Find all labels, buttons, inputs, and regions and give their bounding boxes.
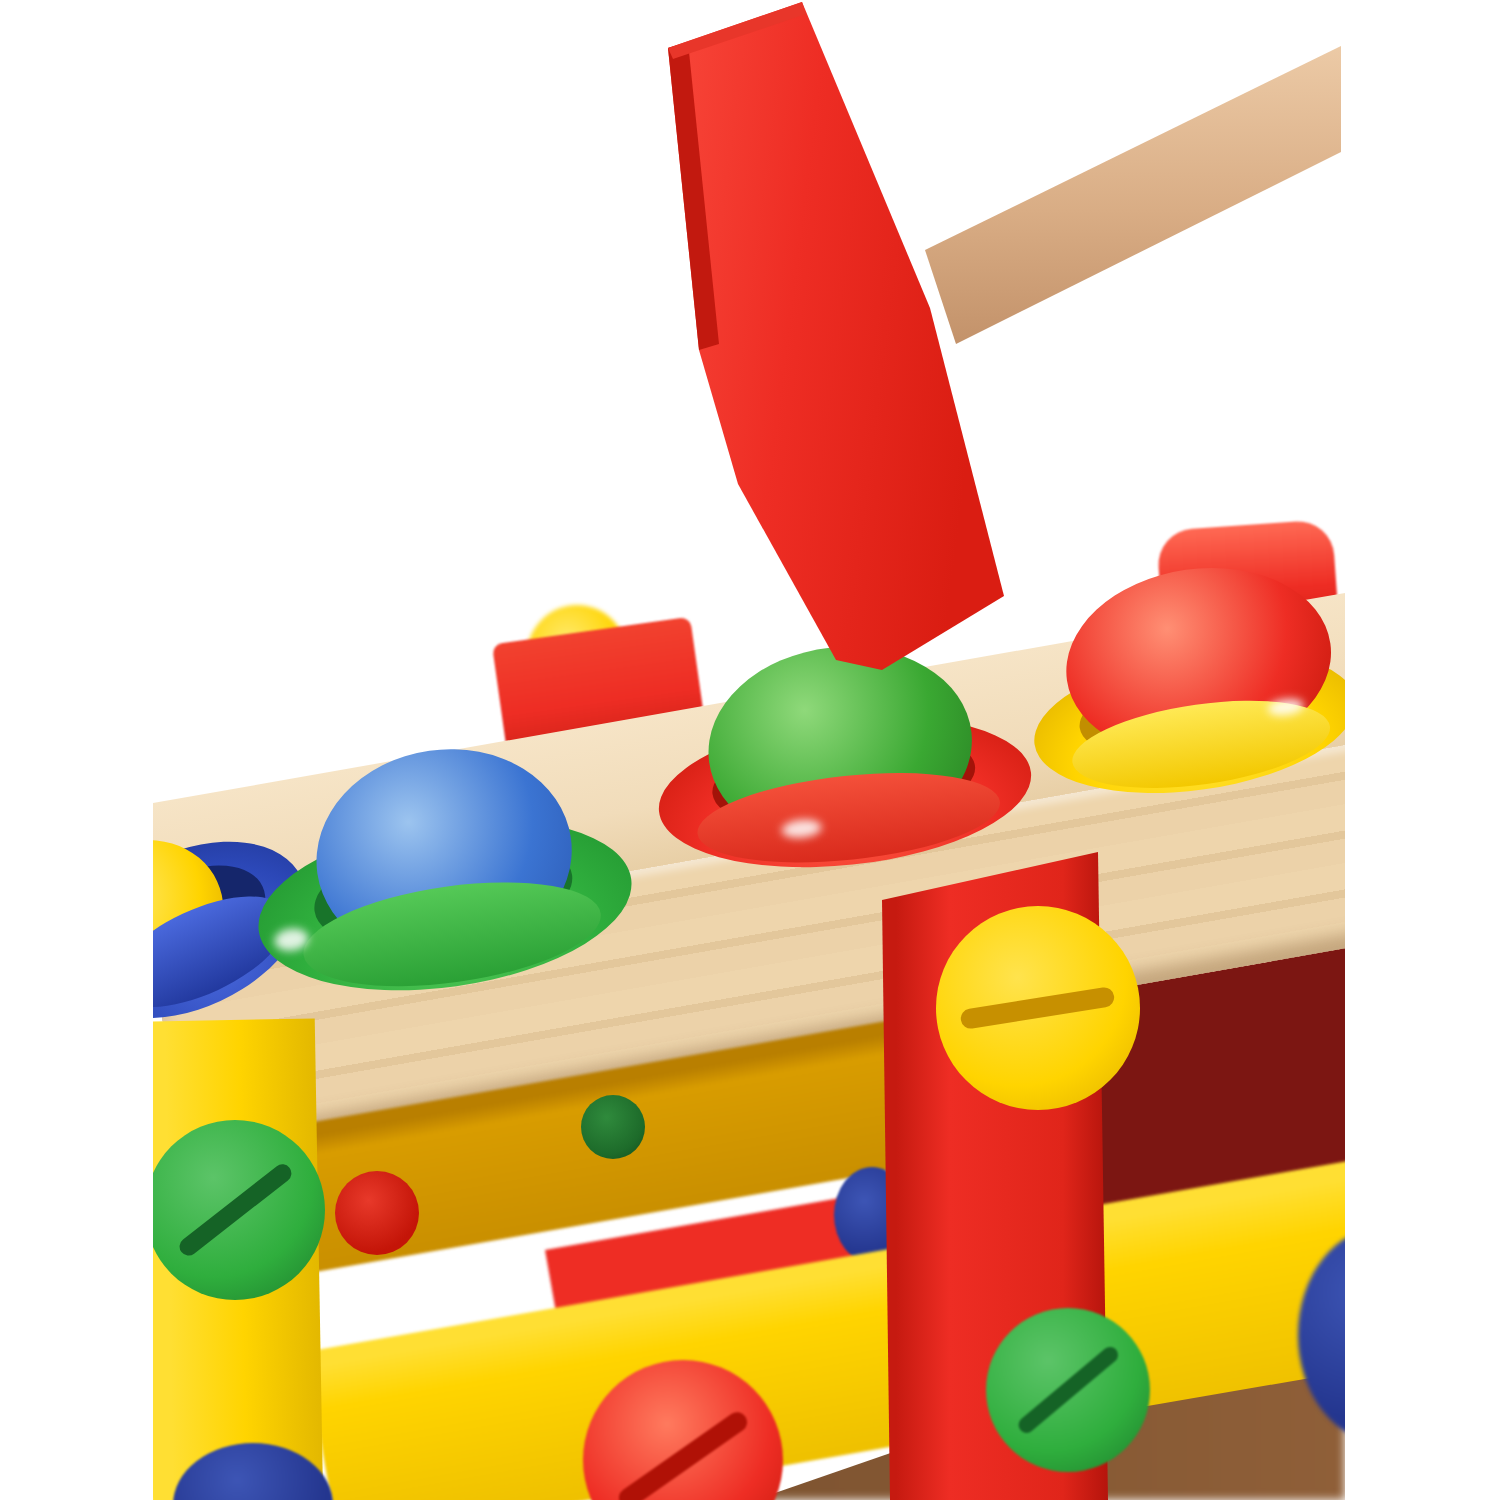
hammer-handle [925, 46, 1341, 344]
toy-photo [153, 0, 1345, 1500]
product-photo-canvas [0, 0, 1500, 1500]
toy-hammer [153, 0, 1345, 1500]
